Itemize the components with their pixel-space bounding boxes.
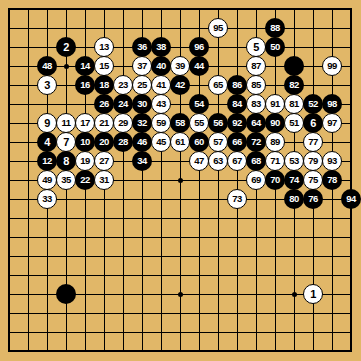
stone-white-47: 47 <box>189 151 209 171</box>
stone-white-31: 31 <box>94 170 114 190</box>
hoshi-dot <box>178 178 183 183</box>
stone-black-60: 60 <box>189 132 209 152</box>
stone-white-29: 29 <box>113 113 133 133</box>
grid-line-h-18 <box>8 350 352 352</box>
stone-black-12: 12 <box>37 151 57 171</box>
stone-black-16: 16 <box>75 75 95 95</box>
stone-white-43: 43 <box>151 94 171 114</box>
stone-white-39: 39 <box>170 56 190 76</box>
grid-line-v-18 <box>350 8 352 352</box>
stone-white-35: 35 <box>56 170 76 190</box>
stone-black-82: 82 <box>284 75 304 95</box>
stone-white-69: 69 <box>246 170 266 190</box>
stone-white-91: 91 <box>265 94 285 114</box>
grid-line-h-14 <box>8 275 352 276</box>
stone-black-42: 42 <box>170 75 190 95</box>
stone-black-4: 4 <box>37 132 57 152</box>
hoshi-dot <box>292 292 297 297</box>
stone-white-15: 15 <box>94 56 114 76</box>
stone-white-77: 77 <box>303 132 323 152</box>
stone-white-5: 5 <box>246 37 266 57</box>
grid-line-v-11 <box>218 8 219 352</box>
stone-black-setup <box>284 56 304 76</box>
go-board: 9588213363896550481415374039448799316182… <box>0 0 361 361</box>
stone-black-46: 46 <box>132 132 152 152</box>
stone-black-52: 52 <box>303 94 323 114</box>
grid-line-h-13 <box>8 256 352 257</box>
stone-black-74: 74 <box>284 170 304 190</box>
stone-white-73: 73 <box>227 189 247 209</box>
stone-black-68: 68 <box>246 151 266 171</box>
stone-white-33: 33 <box>37 189 57 209</box>
stone-white-27: 27 <box>94 151 114 171</box>
stone-black-76: 76 <box>303 189 323 209</box>
stone-white-89: 89 <box>265 132 285 152</box>
stone-white-59: 59 <box>151 113 171 133</box>
stone-black-18: 18 <box>94 75 114 95</box>
stone-black-22: 22 <box>75 170 95 190</box>
stone-white-71: 71 <box>265 151 285 171</box>
stone-black-setup <box>56 284 76 304</box>
stone-white-25: 25 <box>132 75 152 95</box>
stone-black-40: 40 <box>151 56 171 76</box>
stone-white-67: 67 <box>227 151 247 171</box>
stone-white-41: 41 <box>151 75 171 95</box>
stone-white-85: 85 <box>246 75 266 95</box>
stone-black-36: 36 <box>132 37 152 57</box>
stone-black-56: 56 <box>208 113 228 133</box>
stone-black-90: 90 <box>265 113 285 133</box>
stone-black-80: 80 <box>284 189 304 209</box>
stone-white-11: 11 <box>56 113 76 133</box>
stone-black-98: 98 <box>322 94 342 114</box>
stone-white-7: 7 <box>56 132 76 152</box>
stone-black-26: 26 <box>94 94 114 114</box>
stone-black-64: 64 <box>246 113 266 133</box>
stone-black-48: 48 <box>37 56 57 76</box>
stone-white-51: 51 <box>284 113 304 133</box>
stone-black-72: 72 <box>246 132 266 152</box>
stone-black-78: 78 <box>322 170 342 190</box>
stone-black-30: 30 <box>132 94 152 114</box>
stone-white-87: 87 <box>246 56 266 76</box>
stone-black-94: 94 <box>341 189 361 209</box>
stone-white-81: 81 <box>284 94 304 114</box>
stone-white-95: 95 <box>208 18 228 38</box>
stone-white-13: 13 <box>94 37 114 57</box>
stone-white-83: 83 <box>246 94 266 114</box>
stone-black-32: 32 <box>132 113 152 133</box>
stone-black-86: 86 <box>227 75 247 95</box>
stone-black-92: 92 <box>227 113 247 133</box>
stone-black-6: 6 <box>303 113 323 133</box>
grid-line-h-17 <box>8 332 352 333</box>
stone-black-24: 24 <box>113 94 133 114</box>
grid-line-h-12 <box>8 237 352 238</box>
stone-white-93: 93 <box>322 151 342 171</box>
stone-black-84: 84 <box>227 94 247 114</box>
stone-white-61: 61 <box>170 132 190 152</box>
stone-black-10: 10 <box>75 132 95 152</box>
stone-white-53: 53 <box>284 151 304 171</box>
stone-black-14: 14 <box>75 56 95 76</box>
stone-black-66: 66 <box>227 132 247 152</box>
stone-white-23: 23 <box>113 75 133 95</box>
stone-black-50: 50 <box>265 37 285 57</box>
stone-white-49: 49 <box>37 170 57 190</box>
stone-white-79: 79 <box>303 151 323 171</box>
stone-black-28: 28 <box>113 132 133 152</box>
grid-line-h-16 <box>8 313 352 314</box>
stone-white-1: 1 <box>303 284 323 304</box>
stone-black-58: 58 <box>170 113 190 133</box>
stone-white-19: 19 <box>75 151 95 171</box>
stone-white-45: 45 <box>151 132 171 152</box>
stone-white-75: 75 <box>303 170 323 190</box>
stone-black-8: 8 <box>56 151 76 171</box>
stone-black-96: 96 <box>189 37 209 57</box>
stone-black-54: 54 <box>189 94 209 114</box>
hoshi-dot <box>178 292 183 297</box>
stone-black-34: 34 <box>132 151 152 171</box>
stone-black-2: 2 <box>56 37 76 57</box>
stone-white-99: 99 <box>322 56 342 76</box>
stone-white-17: 17 <box>75 113 95 133</box>
stone-white-3: 3 <box>37 75 57 95</box>
stone-white-55: 55 <box>189 113 209 133</box>
hoshi-dot <box>64 64 69 69</box>
stone-black-38: 38 <box>151 37 171 57</box>
stone-white-21: 21 <box>94 113 114 133</box>
stone-black-20: 20 <box>94 132 114 152</box>
grid-line-h-11 <box>8 218 352 219</box>
stone-white-65: 65 <box>208 75 228 95</box>
stone-white-63: 63 <box>208 151 228 171</box>
stone-white-57: 57 <box>208 132 228 152</box>
stone-white-9: 9 <box>37 113 57 133</box>
grid-line-v-12 <box>237 8 238 352</box>
stone-white-97: 97 <box>322 113 342 133</box>
stone-black-70: 70 <box>265 170 285 190</box>
stone-black-88: 88 <box>265 18 285 38</box>
stone-white-37: 37 <box>132 56 152 76</box>
stone-black-44: 44 <box>189 56 209 76</box>
